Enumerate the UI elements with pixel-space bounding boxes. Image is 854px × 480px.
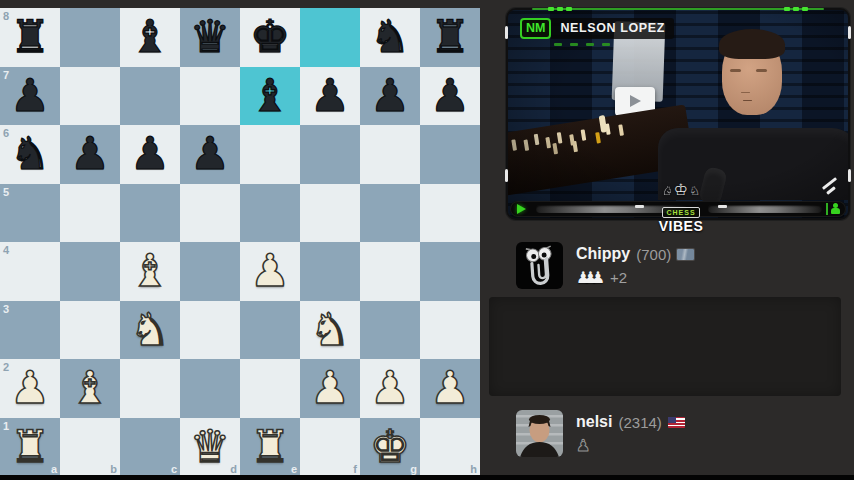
rank-label-8: 8 [3,10,9,22]
square-d5[interactable] [180,184,240,243]
streamer-face [722,35,782,115]
square-b4[interactable] [60,242,120,301]
square-h3[interactable] [420,301,480,360]
square-b7[interactable] [60,67,120,126]
file-label-f: f [353,463,357,475]
streamer-title-bar: NM NELSON LOPEZ [520,18,674,39]
square-f7[interactable]: ♟ [300,67,360,126]
square-f3[interactable]: ♞ [300,301,360,360]
rank-label-7: 7 [3,69,9,81]
square-b2[interactable]: ♝ [60,359,120,418]
square-b3[interactable] [60,301,120,360]
square-a4[interactable]: 4 [0,242,60,301]
square-d3[interactable] [180,301,240,360]
title-badge: NM [520,18,551,39]
square-g8[interactable]: ♞ [360,8,420,67]
black-rook: ♜ [10,9,50,65]
white-rook: ♜ [10,419,50,475]
square-g7[interactable]: ♟ [360,67,420,126]
rank-label-5: 5 [3,186,9,198]
move-list-panel [489,297,841,396]
white-knight: ♞ [310,302,350,358]
square-h5[interactable] [420,184,480,243]
square-d2[interactable] [180,359,240,418]
table-chess-king [599,115,608,133]
file-label-e: e [291,463,297,475]
square-f6[interactable] [300,125,360,184]
square-g3[interactable] [360,301,420,360]
square-d8[interactable]: ♛ [180,8,240,67]
square-d4[interactable] [180,242,240,301]
square-e7[interactable]: ♝ [240,67,300,126]
player-panel-white: nelsi (2314) ♟ [516,410,685,457]
rank-label-1: 1 [3,420,9,432]
chess-board: ♜8♝♛♚♞♜♟7♝♟♟♟♞6♟♟♟54♝♟3♞♞♟2♝♟♟♟♜1abc♛d♜e… [0,8,480,476]
square-a3[interactable]: 3 [0,301,60,360]
logo-side-dash [635,205,644,208]
frame-tick-icon [848,26,851,39]
flag-icon [677,249,694,260]
square-h8[interactable]: ♜ [420,8,480,67]
avatar-photo [516,410,563,457]
square-g6[interactable] [360,125,420,184]
logo-chess-text: CHESS [662,207,699,218]
square-c2[interactable] [120,359,180,418]
square-h2[interactable]: ♟ [420,359,480,418]
square-g4[interactable] [360,242,420,301]
square-a6[interactable]: ♞6 [0,125,60,184]
expand-arrow-icon [820,178,840,194]
black-knight: ♞ [370,9,410,65]
overlay-top-line [532,8,824,10]
chess-vibes-logo: ♘♔♘ CHESS VIBES [648,178,714,234]
square-e3[interactable] [240,301,300,360]
badge-underline-dashes [554,43,610,46]
white-bishop: ♝ [70,360,110,416]
rank-label-4: 4 [3,244,9,256]
square-b5[interactable] [60,184,120,243]
youtube-play-icon [630,95,641,107]
square-h1[interactable]: h [420,418,480,477]
square-h6[interactable] [420,125,480,184]
bottom-black-strip [0,475,854,480]
logo-side-dash [718,205,727,208]
square-c6[interactable]: ♟ [120,125,180,184]
square-e4[interactable]: ♟ [240,242,300,301]
square-f5[interactable] [300,184,360,243]
square-g1[interactable]: ♚g [360,418,420,477]
square-e6[interactable] [240,125,300,184]
square-d1[interactable]: ♛d [180,418,240,477]
black-pawn: ♟ [70,126,110,182]
square-g5[interactable] [360,184,420,243]
square-a8[interactable]: ♜8 [0,8,60,67]
black-bishop: ♝ [250,68,290,124]
square-c1[interactable]: c [120,418,180,477]
rank-label-3: 3 [3,303,9,315]
black-king: ♚ [250,9,290,65]
player-info: Chippy (700) ♟♟♟ +2 [576,242,694,289]
square-h4[interactable] [420,242,480,301]
file-label-d: d [230,463,237,475]
material-advantage: +2 [610,269,627,286]
top-right-dashes [784,7,808,11]
logo-vibes-text: VIBES [648,219,714,234]
captured-pawns: ♟ [576,436,590,455]
white-pawn: ♟ [10,360,50,416]
white-queen: ♛ [190,419,230,475]
black-queen: ♛ [190,9,230,65]
rank-label-6: 6 [3,127,9,139]
white-pawn: ♟ [430,360,470,416]
top-left-dashes [548,7,572,11]
youtube-plaque [615,87,655,116]
black-knight: ♞ [10,126,50,182]
black-pawn: ♟ [190,126,230,182]
player-rating: (700) [636,246,671,263]
player-name: Chippy [576,245,630,263]
black-pawn: ♟ [370,68,410,124]
square-a7[interactable]: ♟7 [0,67,60,126]
black-rook: ♜ [430,9,470,65]
square-a2[interactable]: ♟2 [0,359,60,418]
square-c3[interactable]: ♞ [120,301,180,360]
knight-icon: ♘ [689,180,700,203]
frame-tick-icon [505,169,508,182]
white-knight: ♞ [130,302,170,358]
square-e8[interactable]: ♚ [240,8,300,67]
player-info: nelsi (2314) ♟ [576,410,685,457]
black-bishop: ♝ [130,9,170,65]
square-f4[interactable] [300,242,360,301]
player-panel-black: Chippy (700) ♟♟♟ +2 [516,242,694,289]
frame-tick-icon [505,26,508,39]
file-label-b: b [110,463,117,475]
square-f1[interactable]: f [300,418,360,477]
rank-label-2: 2 [3,361,9,373]
white-pawn: ♟ [250,243,290,299]
square-a5[interactable]: 5 [0,184,60,243]
square-d6[interactable]: ♟ [180,125,240,184]
player-name: nelsi [576,413,612,431]
streamer-name: NELSON LOPEZ [551,18,673,39]
white-pawn: ♟ [370,360,410,416]
logo-emblem: ♘♔♘ [648,178,714,201]
square-f8[interactable] [300,8,360,67]
square-c8[interactable]: ♝ [120,8,180,67]
square-g2[interactable]: ♟ [360,359,420,418]
square-e2[interactable] [240,359,300,418]
square-b6[interactable]: ♟ [60,125,120,184]
file-label-g: g [410,463,417,475]
player-rating: (2314) [618,414,661,431]
stream-scene: ♜8♝♛♚♞♜♟7♝♟♟♟♞6♟♟♟54♝♟3♞♞♟2♝♟♟♟♜1abc♛d♜e… [0,0,854,480]
viewer-icon [830,203,841,215]
square-d7[interactable] [180,67,240,126]
white-bishop: ♝ [130,243,170,299]
black-pawn: ♟ [130,126,170,182]
white-pawn: ♟ [310,360,350,416]
frame-tick-icon [848,169,851,182]
black-pawn: ♟ [310,68,350,124]
square-c5[interactable] [120,184,180,243]
square-f2[interactable]: ♟ [300,359,360,418]
us-flag-icon [668,417,685,428]
file-label-a: a [51,463,57,475]
avatar-clippy [516,242,563,289]
square-c4[interactable]: ♝ [120,242,180,301]
square-e1[interactable]: ♜e [240,418,300,477]
white-king: ♚ [370,419,410,475]
black-pawn: ♟ [430,68,470,124]
square-b8[interactable] [60,8,120,67]
king-icon: ♔ [674,178,688,201]
play-icon [517,204,526,214]
table-chess-pieces [511,139,517,150]
square-e5[interactable] [240,184,300,243]
captured-pawns: ♟♟♟ [576,268,598,287]
file-label-h: h [470,463,477,475]
black-pawn: ♟ [10,68,50,124]
square-h7[interactable]: ♟ [420,67,480,126]
square-b1[interactable]: b [60,418,120,477]
knight-icon: ♘ [662,180,673,203]
square-c7[interactable] [120,67,180,126]
file-label-c: c [171,463,177,475]
white-rook: ♜ [250,419,290,475]
square-a1[interactable]: ♜1a [0,418,60,477]
